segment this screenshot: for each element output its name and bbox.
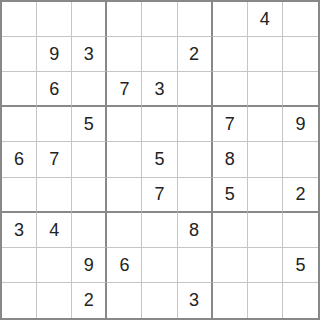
cell-r9c3: 2 xyxy=(72,283,107,318)
cell-r7c4[interactable] xyxy=(107,213,142,248)
cell-r3c4: 7 xyxy=(107,72,142,107)
cell-r8c9: 5 xyxy=(283,248,318,283)
cell-r9c8[interactable] xyxy=(248,283,283,318)
cell-r6c6[interactable] xyxy=(178,178,213,213)
cell-r2c1[interactable] xyxy=(2,37,37,72)
cell-r6c8[interactable] xyxy=(248,178,283,213)
cell-r4c9: 9 xyxy=(283,107,318,142)
cell-r2c6: 2 xyxy=(178,37,213,72)
cell-r8c6[interactable] xyxy=(178,248,213,283)
cell-r9c2[interactable] xyxy=(37,283,72,318)
cell-r2c5[interactable] xyxy=(142,37,177,72)
cell-r8c5[interactable] xyxy=(142,248,177,283)
cell-r9c9[interactable] xyxy=(283,283,318,318)
cell-r6c9: 2 xyxy=(283,178,318,213)
cell-r2c3: 3 xyxy=(72,37,107,72)
cell-r3c8[interactable] xyxy=(248,72,283,107)
cell-r1c6[interactable] xyxy=(178,2,213,37)
cell-r6c1[interactable] xyxy=(2,178,37,213)
cell-r6c2[interactable] xyxy=(37,178,72,213)
cell-r6c7: 5 xyxy=(213,178,248,213)
cell-r5c4[interactable] xyxy=(107,142,142,177)
cell-r5c3[interactable] xyxy=(72,142,107,177)
cell-r2c4[interactable] xyxy=(107,37,142,72)
cell-r5c7: 8 xyxy=(213,142,248,177)
cell-r9c7[interactable] xyxy=(213,283,248,318)
cell-r9c6: 3 xyxy=(178,283,213,318)
cell-r4c1[interactable] xyxy=(2,107,37,142)
cell-r9c1[interactable] xyxy=(2,283,37,318)
cell-r2c2: 9 xyxy=(37,37,72,72)
cell-r2c8[interactable] xyxy=(248,37,283,72)
cell-r4c6[interactable] xyxy=(178,107,213,142)
cell-r6c5: 7 xyxy=(142,178,177,213)
cell-r7c5[interactable] xyxy=(142,213,177,248)
cell-r7c1: 3 xyxy=(2,213,37,248)
cell-r3c2: 6 xyxy=(37,72,72,107)
cell-r3c5: 3 xyxy=(142,72,177,107)
cell-r1c3[interactable] xyxy=(72,2,107,37)
cell-r7c9[interactable] xyxy=(283,213,318,248)
cell-r5c8[interactable] xyxy=(248,142,283,177)
cell-r5c1: 6 xyxy=(2,142,37,177)
cell-r1c1[interactable] xyxy=(2,2,37,37)
cell-r1c5[interactable] xyxy=(142,2,177,37)
cell-r8c2[interactable] xyxy=(37,248,72,283)
cell-r9c4[interactable] xyxy=(107,283,142,318)
cell-r4c7: 7 xyxy=(213,107,248,142)
cell-r4c2[interactable] xyxy=(37,107,72,142)
cell-r7c8[interactable] xyxy=(248,213,283,248)
cell-r1c2[interactable] xyxy=(37,2,72,37)
sudoku-board: 4932673579675875234896523 xyxy=(0,0,320,320)
cell-r2c9[interactable] xyxy=(283,37,318,72)
cell-r4c5[interactable] xyxy=(142,107,177,142)
cell-r1c4[interactable] xyxy=(107,2,142,37)
cell-r4c4[interactable] xyxy=(107,107,142,142)
cell-r2c7[interactable] xyxy=(213,37,248,72)
cell-r5c6[interactable] xyxy=(178,142,213,177)
cell-r3c3[interactable] xyxy=(72,72,107,107)
cell-r6c4[interactable] xyxy=(107,178,142,213)
cell-r7c7[interactable] xyxy=(213,213,248,248)
cell-r8c8[interactable] xyxy=(248,248,283,283)
sudoku-page: 4932673579675875234896523 xyxy=(0,0,320,320)
cell-r1c7[interactable] xyxy=(213,2,248,37)
cell-r1c8: 4 xyxy=(248,2,283,37)
cell-r7c3[interactable] xyxy=(72,213,107,248)
cell-r8c3: 9 xyxy=(72,248,107,283)
cell-r4c3: 5 xyxy=(72,107,107,142)
cell-r3c1[interactable] xyxy=(2,72,37,107)
cell-r4c8[interactable] xyxy=(248,107,283,142)
cell-r1c9[interactable] xyxy=(283,2,318,37)
cell-r3c6[interactable] xyxy=(178,72,213,107)
cell-r8c4: 6 xyxy=(107,248,142,283)
cell-r6c3[interactable] xyxy=(72,178,107,213)
cell-r9c5[interactable] xyxy=(142,283,177,318)
cell-r5c9[interactable] xyxy=(283,142,318,177)
cell-r5c5: 5 xyxy=(142,142,177,177)
cell-r7c6: 8 xyxy=(178,213,213,248)
cell-r7c2: 4 xyxy=(37,213,72,248)
cell-r8c1[interactable] xyxy=(2,248,37,283)
cell-r3c9[interactable] xyxy=(283,72,318,107)
cell-r3c7[interactable] xyxy=(213,72,248,107)
cell-r5c2: 7 xyxy=(37,142,72,177)
cell-r8c7[interactable] xyxy=(213,248,248,283)
